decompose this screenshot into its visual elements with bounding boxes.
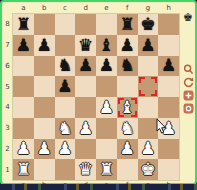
piece-black-bishop: ♝ (99, 37, 114, 54)
piece-white-knight: ♞ (57, 120, 72, 137)
square-b4[interactable] (34, 97, 55, 118)
square-e6[interactable]: ♟ (96, 56, 117, 77)
rank-label-5: 5 (2, 76, 13, 97)
chess-app-frame: abcdefgh 87654321 ♜♜♚♟♟♛♝♟♟♞♟♟♞♟♟♟♝♞♟♞♟♟… (0, 0, 197, 190)
piece-white-knight: ♞ (120, 120, 135, 137)
square-f1[interactable] (117, 159, 138, 180)
piece-black-rook: ♜ (120, 16, 135, 33)
square-a5[interactable] (13, 76, 34, 97)
square-d6[interactable]: ♟ (75, 56, 96, 77)
piece-black-knight: ♞ (57, 57, 72, 74)
rank-label-6: 6 (2, 56, 13, 77)
square-a7[interactable]: ♟ (13, 35, 34, 56)
piece-black-pawn: ♟ (78, 57, 93, 74)
chess-board[interactable]: ♜♜♚♟♟♛♝♟♟♞♟♟♞♟♟♟♝♞♟♞♟♟♟♟♟♟♜♛♜♚ (13, 14, 179, 180)
square-e3[interactable] (96, 118, 117, 139)
square-e2[interactable] (96, 139, 117, 160)
piece-white-pawn: ♟ (57, 140, 72, 157)
square-a6[interactable] (13, 56, 34, 77)
piece-black-pawn: ♟ (161, 57, 176, 74)
square-g6[interactable] (138, 56, 159, 77)
piece-black-pawn: ♟ (99, 57, 114, 74)
square-f6[interactable]: ♞ (117, 56, 138, 77)
piece-white-queen: ♛ (78, 161, 93, 178)
file-label-e: e (96, 3, 117, 13)
square-g2[interactable]: ♟ (138, 139, 159, 160)
board-toolbar (183, 64, 194, 114)
piece-black-pawn: ♟ (37, 37, 52, 54)
square-d8[interactable] (75, 14, 96, 35)
piece-black-king: ♚ (140, 16, 155, 33)
square-c6[interactable]: ♞ (55, 56, 76, 77)
piece-black-queen: ♛ (78, 37, 93, 54)
piece-black-pawn: ♟ (16, 37, 31, 54)
rank-label-2: 2 (2, 139, 13, 160)
file-label-a: a (13, 3, 34, 13)
piece-white-pawn: ♟ (140, 140, 155, 157)
square-g7[interactable]: ♟ (138, 35, 159, 56)
square-c1[interactable] (55, 159, 76, 180)
square-h4[interactable] (158, 97, 179, 118)
square-h7[interactable] (158, 35, 179, 56)
piece-black-rook: ♜ (16, 16, 31, 33)
piece-white-pawn: ♟ (16, 140, 31, 157)
square-d3[interactable]: ♟ (75, 118, 96, 139)
square-c5[interactable]: ♟ (55, 76, 76, 97)
zoom-icon[interactable] (183, 64, 194, 75)
square-a8[interactable]: ♜ (13, 14, 34, 35)
square-c7[interactable] (55, 35, 76, 56)
square-g1[interactable]: ♚ (138, 159, 159, 180)
square-b6[interactable] (34, 56, 55, 77)
square-c8[interactable] (55, 14, 76, 35)
square-b2[interactable]: ♟ (34, 139, 55, 160)
piece-black-knight: ♞ (120, 57, 135, 74)
square-f2[interactable]: ♟ (117, 139, 138, 160)
square-d4[interactable] (75, 97, 96, 118)
square-g8[interactable]: ♚ (138, 14, 159, 35)
square-a2[interactable]: ♟ (13, 139, 34, 160)
square-b3[interactable] (34, 118, 55, 139)
square-a1[interactable]: ♜ (13, 159, 34, 180)
square-f5[interactable] (117, 76, 138, 97)
square-a4[interactable] (13, 97, 34, 118)
square-c3[interactable]: ♞ (55, 118, 76, 139)
piece-white-king: ♚ (140, 161, 155, 178)
rank-label-3: 3 (2, 118, 13, 139)
square-h1[interactable] (158, 159, 179, 180)
square-f4[interactable]: ♝ (117, 97, 138, 118)
piece-white-rook: ♜ (16, 161, 31, 178)
square-d2[interactable] (75, 139, 96, 160)
rank-label-1: 1 (2, 159, 13, 180)
square-c4[interactable] (55, 97, 76, 118)
square-d5[interactable] (75, 76, 96, 97)
piece-white-pawn: ♟ (78, 120, 93, 137)
mouse-cursor (156, 119, 169, 136)
square-g4[interactable] (138, 97, 159, 118)
side-to-move-indicator: ♚ (183, 12, 193, 23)
piece-white-pawn: ♟ (37, 140, 52, 157)
replay-icon[interactable] (183, 77, 194, 88)
file-label-d: d (75, 3, 96, 13)
record-button-icon[interactable] (183, 103, 194, 114)
square-a3[interactable] (13, 118, 34, 139)
square-c2[interactable]: ♟ (55, 139, 76, 160)
square-e1[interactable]: ♜ (96, 159, 117, 180)
file-label-g: g (138, 3, 159, 13)
square-g5[interactable] (138, 76, 159, 97)
square-h5[interactable] (158, 76, 179, 97)
square-b5[interactable] (34, 76, 55, 97)
piece-white-pawn: ♟ (120, 140, 135, 157)
square-e5[interactable] (96, 76, 117, 97)
square-e4[interactable]: ♟ (96, 97, 117, 118)
square-e7[interactable]: ♝ (96, 35, 117, 56)
board-panel: abcdefgh 87654321 ♜♜♚♟♟♛♝♟♟♞♟♟♞♟♟♟♝♞♟♞♟♟… (0, 0, 197, 185)
piece-black-pawn: ♟ (140, 37, 155, 54)
square-b7[interactable]: ♟ (34, 35, 55, 56)
square-f3[interactable]: ♞ (117, 118, 138, 139)
move-button-icon[interactable] (183, 90, 194, 101)
piece-white-bishop: ♝ (120, 99, 135, 116)
square-b8[interactable] (34, 14, 55, 35)
file-labels-top: abcdefgh (13, 3, 179, 13)
file-label-c: c (55, 3, 76, 13)
file-label-b: b (34, 3, 55, 13)
piece-white-pawn: ♟ (99, 99, 114, 116)
square-f7[interactable]: ♟ (117, 35, 138, 56)
rank-labels-left: 87654321 (2, 14, 13, 180)
file-label-f: f (117, 3, 138, 13)
square-h2[interactable] (158, 139, 179, 160)
square-b1[interactable] (34, 159, 55, 180)
square-f8[interactable]: ♜ (117, 14, 138, 35)
square-h8[interactable] (158, 14, 179, 35)
piece-black-pawn: ♟ (57, 78, 72, 95)
rank-label-7: 7 (2, 35, 13, 56)
piece-black-pawn: ♟ (120, 37, 135, 54)
clipped-status-bar (0, 184, 197, 190)
square-e8[interactable] (96, 14, 117, 35)
square-d7[interactable]: ♛ (75, 35, 96, 56)
piece-white-rook: ♜ (99, 161, 114, 178)
square-h6[interactable]: ♟ (158, 56, 179, 77)
rank-label-4: 4 (2, 97, 13, 118)
rank-label-8: 8 (2, 14, 13, 35)
file-label-h: h (158, 3, 179, 13)
square-d1[interactable]: ♛ (75, 159, 96, 180)
